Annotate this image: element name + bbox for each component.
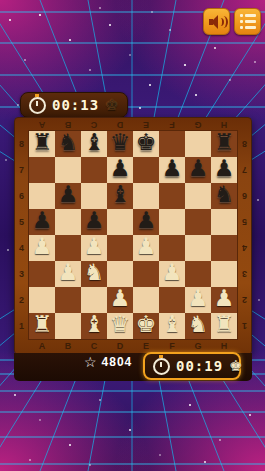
coord-label: 6 (238, 183, 251, 209)
black-piece-icon: ♚ (105, 98, 118, 113)
square-g8[interactable] (185, 131, 211, 157)
coord-label: 3 (15, 261, 28, 287)
square-h1[interactable]: ♜ (211, 313, 237, 339)
board-grid: ♜♞♝♛♚♜♟♟♟♟♟♝♞♟♟♟♟♟♟♟♞♟♟♟♟♜♝♛♚♝♞♜ (29, 131, 237, 339)
square-a8[interactable]: ♜ (29, 131, 55, 157)
square-g7[interactable]: ♟ (185, 157, 211, 183)
square-c7[interactable] (81, 157, 107, 183)
coord-label: 7 (15, 157, 28, 183)
piece-white-pawn[interactable]: ♟ (32, 233, 53, 259)
rank-labels-left: 87654321 (15, 131, 28, 339)
square-e4[interactable]: ♟ (133, 235, 159, 261)
square-h7[interactable]: ♟ (211, 157, 237, 183)
piece-white-knight[interactable]: ♞ (188, 311, 209, 337)
square-d7[interactable]: ♟ (107, 157, 133, 183)
score: ☆ 4804 (84, 355, 132, 369)
piece-black-queen[interactable]: ♛ (110, 129, 131, 155)
square-a3[interactable] (29, 261, 55, 287)
coord-label: 6 (15, 183, 28, 209)
star-icon: ☆ (84, 355, 97, 369)
square-c2[interactable] (81, 287, 107, 313)
sound-button[interactable] (203, 8, 230, 35)
coord-label: 7 (238, 157, 251, 183)
coord-label: H (211, 339, 237, 353)
app-screen: 00:13 ♚ ABCDEFGH ABCDEFGH 87654321 87654… (0, 0, 265, 471)
piece-white-knight[interactable]: ♞ (84, 259, 105, 285)
square-b1[interactable] (55, 313, 81, 339)
piece-black-rook[interactable]: ♜ (214, 129, 235, 155)
square-f6[interactable] (159, 183, 185, 209)
square-b5[interactable] (55, 209, 81, 235)
square-c3[interactable]: ♞ (81, 261, 107, 287)
square-a5[interactable]: ♟ (29, 209, 55, 235)
list-icon (240, 14, 256, 29)
square-c1[interactable]: ♝ (81, 313, 107, 339)
black-clock-time: 00:13 (52, 97, 99, 113)
coord-label: 8 (15, 131, 28, 157)
stopwatch-icon (29, 97, 46, 114)
square-g3[interactable] (185, 261, 211, 287)
piece-black-bishop[interactable]: ♝ (110, 181, 131, 207)
piece-white-pawn[interactable]: ♟ (84, 233, 105, 259)
square-h6[interactable]: ♞ (211, 183, 237, 209)
white-clock-time: 00:19 (176, 358, 223, 374)
piece-white-pawn[interactable]: ♟ (58, 259, 79, 285)
square-e7[interactable] (133, 157, 159, 183)
black-clock: 00:13 ♚ (20, 92, 128, 118)
piece-white-bishop[interactable]: ♝ (162, 311, 183, 337)
square-g2[interactable]: ♟ (185, 287, 211, 313)
coord-label: D (107, 339, 133, 353)
square-a7[interactable] (29, 157, 55, 183)
square-h5[interactable] (211, 209, 237, 235)
square-g5[interactable] (185, 209, 211, 235)
piece-white-rook[interactable]: ♜ (32, 311, 53, 337)
square-a1[interactable]: ♜ (29, 313, 55, 339)
piece-black-bishop[interactable]: ♝ (84, 129, 105, 155)
square-b6[interactable]: ♟ (55, 183, 81, 209)
square-e3[interactable] (133, 261, 159, 287)
square-e5[interactable]: ♟ (133, 209, 159, 235)
piece-black-pawn[interactable]: ♟ (84, 207, 105, 233)
piece-black-pawn[interactable]: ♟ (162, 155, 183, 181)
piece-black-pawn[interactable]: ♟ (58, 181, 79, 207)
coord-label: G (185, 339, 211, 353)
piece-black-pawn[interactable]: ♟ (188, 155, 209, 181)
square-b8[interactable]: ♞ (55, 131, 81, 157)
square-d2[interactable]: ♟ (107, 287, 133, 313)
coord-label: F (159, 339, 185, 353)
square-c8[interactable]: ♝ (81, 131, 107, 157)
square-f3[interactable]: ♟ (159, 261, 185, 287)
coord-label: 2 (238, 287, 251, 313)
piece-white-pawn[interactable]: ♟ (214, 285, 235, 311)
square-d1[interactable]: ♛ (107, 313, 133, 339)
coord-label: G (185, 119, 211, 131)
piece-black-knight[interactable]: ♞ (58, 129, 79, 155)
piece-white-pawn[interactable]: ♟ (110, 285, 131, 311)
square-e1[interactable]: ♚ (133, 313, 159, 339)
square-h2[interactable]: ♟ (211, 287, 237, 313)
square-f8[interactable] (159, 131, 185, 157)
square-c4[interactable]: ♟ (81, 235, 107, 261)
square-h4[interactable] (211, 235, 237, 261)
square-f5[interactable] (159, 209, 185, 235)
square-f1[interactable]: ♝ (159, 313, 185, 339)
square-f4[interactable] (159, 235, 185, 261)
square-d3[interactable] (107, 261, 133, 287)
chess-board: ABCDEFGH ABCDEFGH 87654321 87654321 ♜♞♝♛… (14, 117, 252, 355)
square-b3[interactable]: ♟ (55, 261, 81, 287)
square-h8[interactable]: ♜ (211, 131, 237, 157)
piece-white-king[interactable]: ♚ (136, 311, 157, 337)
rank-labels-right: 87654321 (238, 131, 251, 339)
square-a2[interactable] (29, 287, 55, 313)
coord-label: 4 (15, 235, 28, 261)
piece-white-rook[interactable]: ♜ (214, 311, 235, 337)
piece-black-pawn[interactable]: ♟ (32, 207, 53, 233)
coord-label: 2 (15, 287, 28, 313)
square-c5[interactable]: ♟ (81, 209, 107, 235)
coord-label: A (29, 339, 55, 353)
white-clock: 00:19 ♚ (143, 352, 241, 380)
piece-black-pawn[interactable]: ♟ (214, 155, 235, 181)
coord-label: E (133, 339, 159, 353)
score-value: 4804 (102, 355, 133, 369)
square-e2[interactable] (133, 287, 159, 313)
coord-label: 1 (238, 313, 251, 339)
piece-black-rook[interactable]: ♜ (32, 129, 53, 155)
coord-label: 3 (238, 261, 251, 287)
speaker-icon (208, 15, 225, 29)
square-a6[interactable] (29, 183, 55, 209)
coord-label: 5 (15, 209, 28, 235)
square-g6[interactable] (185, 183, 211, 209)
square-f7[interactable]: ♟ (159, 157, 185, 183)
coord-label: F (159, 119, 185, 131)
square-d6[interactable]: ♝ (107, 183, 133, 209)
piece-white-pawn[interactable]: ♟ (136, 233, 157, 259)
square-d8[interactable]: ♛ (107, 131, 133, 157)
square-h3[interactable] (211, 261, 237, 287)
square-d5[interactable] (107, 209, 133, 235)
coord-label: 5 (238, 209, 251, 235)
coord-label: B (55, 339, 81, 353)
white-piece-icon: ♚ (229, 359, 242, 374)
square-b7[interactable] (55, 157, 81, 183)
piece-white-bishop[interactable]: ♝ (84, 311, 105, 337)
piece-white-queen[interactable]: ♛ (110, 311, 131, 337)
square-g1[interactable]: ♞ (185, 313, 211, 339)
square-e6[interactable] (133, 183, 159, 209)
menu-button[interactable] (234, 8, 261, 35)
piece-black-pawn[interactable]: ♟ (136, 207, 157, 233)
square-e8[interactable]: ♚ (133, 131, 159, 157)
stopwatch-icon (153, 358, 170, 375)
piece-white-pawn[interactable]: ♟ (162, 259, 183, 285)
file-labels-bottom: ABCDEFGH (29, 339, 237, 353)
piece-black-knight[interactable]: ♞ (214, 181, 235, 207)
square-d4[interactable] (107, 235, 133, 261)
coord-label: 8 (238, 131, 251, 157)
piece-white-pawn[interactable]: ♟ (188, 285, 209, 311)
coord-label: 1 (15, 313, 28, 339)
coord-label: C (81, 339, 107, 353)
square-b4[interactable] (55, 235, 81, 261)
square-a4[interactable]: ♟ (29, 235, 55, 261)
piece-black-pawn[interactable]: ♟ (110, 155, 131, 181)
square-f2[interactable] (159, 287, 185, 313)
coord-label: 4 (238, 235, 251, 261)
piece-black-king[interactable]: ♚ (136, 129, 157, 155)
square-c6[interactable] (81, 183, 107, 209)
square-b2[interactable] (55, 287, 81, 313)
square-g4[interactable] (185, 235, 211, 261)
